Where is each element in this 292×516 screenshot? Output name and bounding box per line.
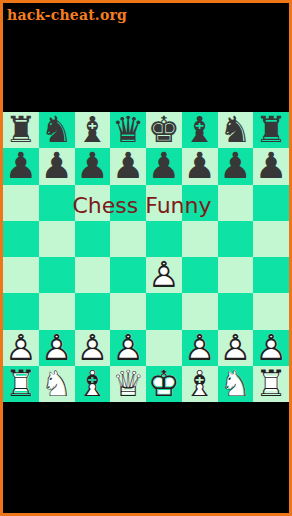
square-h4[interactable] — [253, 257, 289, 293]
piece-white-pawn-outline: ♙ — [75, 330, 111, 366]
square-f1[interactable]: ♝♗ — [182, 366, 218, 402]
square-a1[interactable]: ♜♖ — [3, 366, 39, 402]
square-e8[interactable]: ♚ — [146, 112, 182, 148]
piece-black-queen[interactable]: ♛ — [110, 112, 146, 148]
square-f2[interactable]: ♟♙ — [182, 330, 218, 366]
square-h8[interactable]: ♜ — [253, 112, 289, 148]
square-a4[interactable] — [3, 257, 39, 293]
square-f7[interactable]: ♟ — [182, 148, 218, 184]
square-d8[interactable]: ♛ — [110, 112, 146, 148]
square-h5[interactable] — [253, 221, 289, 257]
piece-black-pawn[interactable]: ♟ — [3, 148, 39, 184]
square-g2[interactable]: ♟♙ — [218, 330, 254, 366]
piece-white-rook-outline: ♖ — [253, 366, 289, 402]
piece-black-rook[interactable]: ♜ — [3, 112, 39, 148]
piece-black-knight[interactable]: ♞ — [39, 112, 75, 148]
square-c7[interactable]: ♟ — [75, 148, 111, 184]
square-h2[interactable]: ♟♙ — [253, 330, 289, 366]
piece-white-knight-outline: ♘ — [39, 366, 75, 402]
square-g7[interactable]: ♟ — [218, 148, 254, 184]
watermark-text: hack-cheat.org — [7, 7, 127, 23]
piece-white-rook-outline: ♖ — [3, 366, 39, 402]
piece-white-pawn-outline: ♙ — [39, 330, 75, 366]
piece-black-pawn[interactable]: ♟ — [146, 148, 182, 184]
square-c5[interactable] — [75, 221, 111, 257]
app-window: hack-cheat.org ♜♞♝♛♚♝♞♜♟♟♟♟♟♟♟♟♟♙♟♙♟♙♟♙♟… — [0, 0, 292, 516]
square-d1[interactable]: ♛♕ — [110, 366, 146, 402]
piece-black-pawn[interactable]: ♟ — [253, 148, 289, 184]
square-b5[interactable] — [39, 221, 75, 257]
piece-black-pawn[interactable]: ♟ — [39, 148, 75, 184]
square-h6[interactable] — [253, 185, 289, 221]
square-b7[interactable]: ♟ — [39, 148, 75, 184]
square-c2[interactable]: ♟♙ — [75, 330, 111, 366]
square-d7[interactable]: ♟ — [110, 148, 146, 184]
square-d5[interactable] — [110, 221, 146, 257]
square-b4[interactable] — [39, 257, 75, 293]
square-c8[interactable]: ♝ — [75, 112, 111, 148]
piece-white-pawn-outline: ♙ — [182, 330, 218, 366]
square-e5[interactable] — [146, 221, 182, 257]
square-b6[interactable] — [39, 185, 75, 221]
piece-black-pawn[interactable]: ♟ — [110, 148, 146, 184]
square-g3[interactable] — [218, 293, 254, 329]
square-g5[interactable] — [218, 221, 254, 257]
piece-white-knight-outline: ♘ — [218, 366, 254, 402]
square-e4[interactable]: ♟♙ — [146, 257, 182, 293]
square-a3[interactable] — [3, 293, 39, 329]
square-h3[interactable] — [253, 293, 289, 329]
square-a2[interactable]: ♟♙ — [3, 330, 39, 366]
square-b8[interactable]: ♞ — [39, 112, 75, 148]
square-c1[interactable]: ♝♗ — [75, 366, 111, 402]
piece-black-rook[interactable]: ♜ — [253, 112, 289, 148]
square-f3[interactable] — [182, 293, 218, 329]
square-f6[interactable] — [182, 185, 218, 221]
piece-white-bishop-outline: ♗ — [182, 366, 218, 402]
piece-black-bishop[interactable]: ♝ — [182, 112, 218, 148]
piece-white-bishop-outline: ♗ — [75, 366, 111, 402]
square-a7[interactable]: ♟ — [3, 148, 39, 184]
square-d2[interactable]: ♟♙ — [110, 330, 146, 366]
piece-white-king-outline: ♔ — [146, 366, 182, 402]
square-e2[interactable] — [146, 330, 182, 366]
square-g1[interactable]: ♞♘ — [218, 366, 254, 402]
square-f4[interactable] — [182, 257, 218, 293]
piece-black-king[interactable]: ♚ — [146, 112, 182, 148]
square-d6[interactable] — [110, 185, 146, 221]
square-b1[interactable]: ♞♘ — [39, 366, 75, 402]
square-c4[interactable] — [75, 257, 111, 293]
square-e7[interactable]: ♟ — [146, 148, 182, 184]
square-g8[interactable]: ♞ — [218, 112, 254, 148]
square-h1[interactable]: ♜♖ — [253, 366, 289, 402]
square-g6[interactable] — [218, 185, 254, 221]
square-d4[interactable] — [110, 257, 146, 293]
square-b3[interactable] — [39, 293, 75, 329]
square-d3[interactable] — [110, 293, 146, 329]
square-f8[interactable]: ♝ — [182, 112, 218, 148]
piece-black-bishop[interactable]: ♝ — [75, 112, 111, 148]
piece-white-pawn-outline: ♙ — [146, 257, 182, 293]
piece-black-pawn[interactable]: ♟ — [182, 148, 218, 184]
square-e3[interactable] — [146, 293, 182, 329]
piece-white-pawn-outline: ♙ — [3, 330, 39, 366]
piece-white-pawn-outline: ♙ — [218, 330, 254, 366]
square-c3[interactable] — [75, 293, 111, 329]
piece-black-knight[interactable]: ♞ — [218, 112, 254, 148]
square-c6[interactable] — [75, 185, 111, 221]
square-e6[interactable] — [146, 185, 182, 221]
piece-white-pawn-outline: ♙ — [253, 330, 289, 366]
square-b2[interactable]: ♟♙ — [39, 330, 75, 366]
square-g4[interactable] — [218, 257, 254, 293]
piece-black-pawn[interactable]: ♟ — [75, 148, 111, 184]
piece-white-queen-outline: ♕ — [110, 366, 146, 402]
chess-board[interactable]: ♜♞♝♛♚♝♞♜♟♟♟♟♟♟♟♟♟♙♟♙♟♙♟♙♟♙♟♙♟♙♟♙♜♖♞♘♝♗♛♕… — [3, 112, 289, 402]
square-e1[interactable]: ♚♔ — [146, 366, 182, 402]
piece-black-pawn[interactable]: ♟ — [218, 148, 254, 184]
square-f5[interactable] — [182, 221, 218, 257]
square-a5[interactable] — [3, 221, 39, 257]
square-a8[interactable]: ♜ — [3, 112, 39, 148]
square-h7[interactable]: ♟ — [253, 148, 289, 184]
square-a6[interactable] — [3, 185, 39, 221]
piece-white-pawn-outline: ♙ — [110, 330, 146, 366]
